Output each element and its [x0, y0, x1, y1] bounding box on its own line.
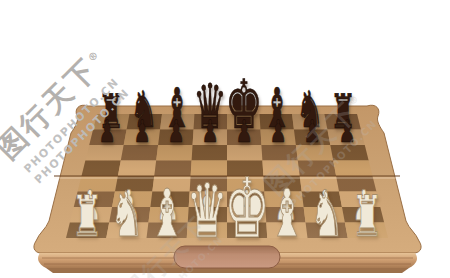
pieces-layer: ♜♞♝♛♚♝♞♜♟♟♟♟♟♟♟♟♟♟♟♟♟♟♟♟♜♞♝♛♚♝♞♜	[0, 0, 450, 278]
photo-stage: ♜♞♝♛♚♝♞♜♟♟♟♟♟♟♟♟♟♟♟♟♟♟♟♟♜♞♝♛♚♝♞♜ 图行天下® P…	[0, 0, 450, 278]
piece-white-pawn: ♟	[352, 185, 375, 227]
piece-black-queen: ♛	[193, 76, 227, 138]
piece-black-pawn: ♟	[201, 116, 218, 147]
piece-black-rook: ♜	[330, 87, 357, 135]
piece-white-knight: ♞	[110, 184, 144, 246]
piece-black-pawn: ♟	[338, 116, 355, 147]
piece-black-pawn: ♟	[270, 116, 287, 147]
piece-black-king: ♚	[225, 71, 263, 139]
piece-black-pawn: ♟	[133, 116, 150, 147]
piece-black-knight: ♞	[296, 84, 324, 135]
piece-white-pawn: ♟	[118, 185, 141, 227]
piece-black-knight: ♞	[130, 84, 158, 135]
piece-black-bishop: ♝	[261, 81, 292, 136]
piece-white-bishop: ♝	[269, 181, 306, 247]
piece-white-knight: ♞	[310, 184, 344, 246]
piece-white-pawn: ♟	[235, 185, 258, 227]
piece-white-queen: ♛	[186, 174, 228, 249]
piece-white-bishop: ♝	[149, 181, 186, 247]
piece-black-pawn: ♟	[304, 116, 321, 147]
piece-white-pawn: ♟	[196, 185, 219, 227]
piece-black-pawn: ♟	[99, 116, 116, 147]
piece-white-pawn: ♟	[313, 185, 336, 227]
piece-white-pawn: ♟	[79, 185, 102, 227]
piece-black-rook: ♜	[97, 87, 124, 135]
piece-white-rook: ♜	[351, 188, 383, 245]
piece-white-rook: ♜	[71, 188, 103, 245]
piece-black-pawn: ♟	[167, 116, 184, 147]
piece-black-pawn: ♟	[235, 116, 252, 147]
piece-white-pawn: ♟	[157, 185, 180, 227]
piece-white-pawn: ♟	[274, 185, 297, 227]
piece-black-bishop: ♝	[162, 81, 193, 136]
piece-white-king: ♚	[224, 167, 270, 250]
